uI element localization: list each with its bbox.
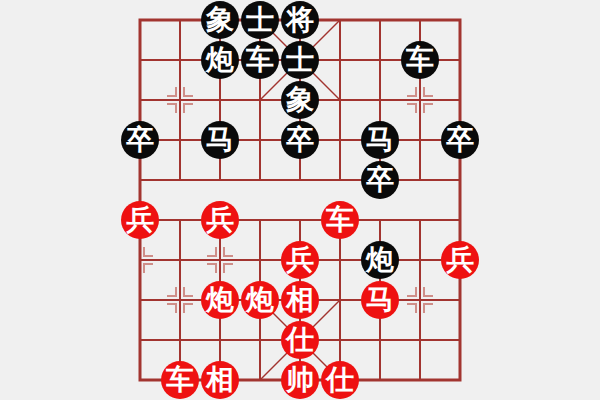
piece-red-advisor[interactable]: 仕 bbox=[281, 321, 319, 359]
piece-black-general[interactable]: 将 bbox=[281, 1, 319, 39]
piece-red-elephant[interactable]: 相 bbox=[201, 361, 239, 399]
piece-black-chariot[interactable]: 车 bbox=[241, 41, 279, 79]
piece-black-advisor[interactable]: 士 bbox=[241, 1, 279, 39]
xiangqi-board[interactable]: 象士将炮车士车象卒马卒马卒卒兵兵车兵炮兵炮炮相马仕车相帅仕 bbox=[0, 0, 600, 400]
piece-red-horse[interactable]: 马 bbox=[361, 281, 399, 319]
piece-red-cannon[interactable]: 炮 bbox=[241, 281, 279, 319]
piece-red-advisor[interactable]: 仕 bbox=[321, 361, 359, 399]
piece-red-soldier[interactable]: 兵 bbox=[281, 241, 319, 279]
piece-red-chariot[interactable]: 车 bbox=[161, 361, 199, 399]
piece-black-cannon[interactable]: 炮 bbox=[361, 241, 399, 279]
piece-black-horse[interactable]: 马 bbox=[361, 121, 399, 159]
pieces-layer: 象士将炮车士车象卒马卒马卒卒兵兵车兵炮兵炮炮相马仕车相帅仕 bbox=[0, 0, 600, 400]
piece-red-chariot[interactable]: 车 bbox=[321, 201, 359, 239]
piece-black-soldier[interactable]: 卒 bbox=[121, 121, 159, 159]
piece-red-soldier[interactable]: 兵 bbox=[441, 241, 479, 279]
piece-red-general[interactable]: 帅 bbox=[281, 361, 319, 399]
piece-black-advisor[interactable]: 士 bbox=[281, 41, 319, 79]
piece-red-soldier[interactable]: 兵 bbox=[201, 201, 239, 239]
piece-red-cannon[interactable]: 炮 bbox=[201, 281, 239, 319]
piece-black-chariot[interactable]: 车 bbox=[401, 41, 439, 79]
piece-black-elephant[interactable]: 象 bbox=[201, 1, 239, 39]
piece-black-soldier[interactable]: 卒 bbox=[441, 121, 479, 159]
piece-black-soldier[interactable]: 卒 bbox=[361, 161, 399, 199]
piece-black-elephant[interactable]: 象 bbox=[281, 81, 319, 119]
piece-black-cannon[interactable]: 炮 bbox=[201, 41, 239, 79]
piece-red-elephant[interactable]: 相 bbox=[281, 281, 319, 319]
piece-black-soldier[interactable]: 卒 bbox=[281, 121, 319, 159]
xiangqi-diagram: 象士将炮车士车象卒马卒马卒卒兵兵车兵炮兵炮炮相马仕车相帅仕 bbox=[0, 0, 600, 400]
piece-red-soldier[interactable]: 兵 bbox=[121, 201, 159, 239]
piece-black-horse[interactable]: 马 bbox=[201, 121, 239, 159]
